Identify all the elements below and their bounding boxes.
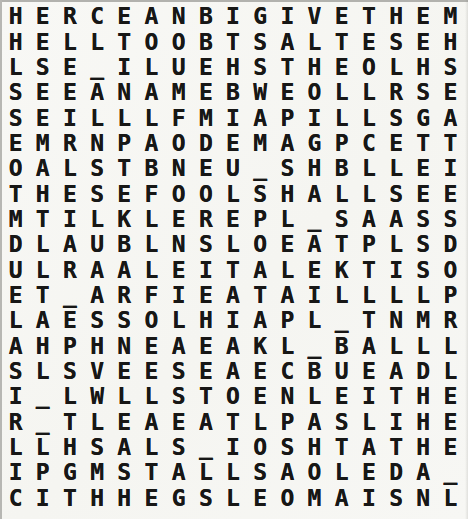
grid-cell[interactable]: T xyxy=(56,486,83,511)
grid-cell[interactable]: A xyxy=(382,359,409,384)
grid-cell[interactable]: A xyxy=(355,207,382,232)
grid-cell[interactable]: H xyxy=(29,181,56,206)
grid-cell[interactable]: L xyxy=(84,105,111,130)
grid-cell[interactable]: H xyxy=(301,435,328,460)
grid-cell[interactable]: T xyxy=(111,29,138,54)
grid-cell[interactable]: M xyxy=(192,105,219,130)
grid-cell[interactable]: M xyxy=(29,131,56,156)
grid-cell[interactable]: E xyxy=(192,156,219,181)
grid-cell[interactable]: B xyxy=(138,156,165,181)
grid-cell[interactable]: I xyxy=(111,55,138,80)
grid-cell[interactable]: _ xyxy=(56,283,83,308)
grid-cell[interactable]: E xyxy=(111,4,138,29)
grid-cell[interactable]: S xyxy=(410,232,437,257)
grid-cell[interactable]: A xyxy=(111,258,138,283)
grid-cell[interactable]: E xyxy=(382,131,409,156)
grid-cell[interactable]: L xyxy=(138,384,165,409)
grid-cell[interactable]: L xyxy=(219,181,246,206)
grid-cell[interactable]: D xyxy=(382,460,409,485)
grid-cell[interactable]: _ xyxy=(301,207,328,232)
grid-cell[interactable]: L xyxy=(274,334,301,359)
grid-cell[interactable]: H xyxy=(410,55,437,80)
grid-cell[interactable]: I xyxy=(192,258,219,283)
grid-cell[interactable]: L xyxy=(138,207,165,232)
grid-cell[interactable]: S xyxy=(165,359,192,384)
grid-cell[interactable]: A xyxy=(274,283,301,308)
grid-cell[interactable]: E xyxy=(274,232,301,257)
grid-cell[interactable]: L xyxy=(111,105,138,130)
grid-cell[interactable]: K xyxy=(247,334,274,359)
grid-cell[interactable]: P xyxy=(355,232,382,257)
grid-cell[interactable]: S xyxy=(111,460,138,485)
grid-cell[interactable]: E xyxy=(56,308,83,333)
grid-cell[interactable]: U xyxy=(2,258,29,283)
grid-cell[interactable]: R xyxy=(56,131,83,156)
grid-cell[interactable]: L xyxy=(328,80,355,105)
grid-cell[interactable]: L xyxy=(29,359,56,384)
grid-cell[interactable]: E xyxy=(111,181,138,206)
grid-cell[interactable]: U xyxy=(219,156,246,181)
grid-cell[interactable]: E xyxy=(138,334,165,359)
grid-cell[interactable]: E xyxy=(410,29,437,54)
grid-cell[interactable]: G xyxy=(301,131,328,156)
grid-cell[interactable]: E xyxy=(165,207,192,232)
grid-cell[interactable]: G xyxy=(56,460,83,485)
grid-cell[interactable]: I xyxy=(219,4,246,29)
grid-cell[interactable]: E xyxy=(192,334,219,359)
grid-cell[interactable]: L xyxy=(328,283,355,308)
grid-cell[interactable]: O xyxy=(192,181,219,206)
grid-cell[interactable]: S xyxy=(165,435,192,460)
grid-cell[interactable]: E xyxy=(247,359,274,384)
grid-cell[interactable]: E xyxy=(192,283,219,308)
grid-cell[interactable]: L xyxy=(138,105,165,130)
grid-cell[interactable]: L xyxy=(56,384,83,409)
grid-cell[interactable]: L xyxy=(2,435,29,460)
grid-cell[interactable]: N xyxy=(165,232,192,257)
grid-cell[interactable]: H xyxy=(84,334,111,359)
grid-cell[interactable]: H xyxy=(274,181,301,206)
grid-cell[interactable]: A xyxy=(355,435,382,460)
grid-cell[interactable]: E xyxy=(247,384,274,409)
grid-cell[interactable]: L xyxy=(84,29,111,54)
grid-cell[interactable]: G xyxy=(410,105,437,130)
grid-cell[interactable]: I xyxy=(219,105,246,130)
grid-cell[interactable]: S xyxy=(382,29,409,54)
grid-cell[interactable]: L xyxy=(165,308,192,333)
grid-cell[interactable]: B xyxy=(301,359,328,384)
grid-cell[interactable]: _ xyxy=(29,384,56,409)
grid-cell[interactable]: H xyxy=(2,4,29,29)
grid-cell[interactable]: M xyxy=(84,460,111,485)
grid-cell[interactable]: H xyxy=(410,435,437,460)
grid-cell[interactable]: A xyxy=(138,80,165,105)
grid-cell[interactable]: L xyxy=(56,156,83,181)
grid-cell[interactable]: S xyxy=(247,460,274,485)
grid-cell[interactable]: E xyxy=(328,55,355,80)
grid-cell[interactable]: A xyxy=(138,131,165,156)
grid-cell[interactable]: A xyxy=(274,131,301,156)
grid-cell[interactable]: L xyxy=(29,258,56,283)
grid-cell[interactable]: E xyxy=(56,80,83,105)
grid-cell[interactable]: P xyxy=(274,410,301,435)
grid-cell[interactable]: S xyxy=(328,410,355,435)
grid-cell[interactable]: E xyxy=(219,131,246,156)
grid-cell[interactable]: O xyxy=(247,232,274,257)
grid-cell[interactable]: H xyxy=(56,435,83,460)
grid-cell[interactable]: L xyxy=(355,105,382,130)
grid-cell[interactable]: L xyxy=(382,55,409,80)
grid-cell[interactable]: S xyxy=(192,232,219,257)
grid-cell[interactable]: S xyxy=(410,80,437,105)
grid-cell[interactable]: G xyxy=(247,4,274,29)
grid-cell[interactable]: L xyxy=(382,232,409,257)
grid-cell[interactable]: A xyxy=(138,410,165,435)
grid-cell[interactable]: G xyxy=(165,486,192,511)
grid-cell[interactable]: A xyxy=(274,29,301,54)
grid-cell[interactable]: C xyxy=(84,4,111,29)
grid-cell[interactable]: P xyxy=(328,131,355,156)
grid-cell[interactable]: I xyxy=(2,460,29,485)
grid-cell[interactable]: O xyxy=(219,384,246,409)
grid-cell[interactable]: S xyxy=(382,181,409,206)
grid-cell[interactable]: L xyxy=(437,334,464,359)
grid-cell[interactable]: L xyxy=(355,283,382,308)
grid-cell[interactable]: N xyxy=(165,156,192,181)
grid-cell[interactable]: S xyxy=(2,359,29,384)
grid-cell[interactable]: A xyxy=(410,460,437,485)
grid-cell[interactable]: S xyxy=(84,308,111,333)
grid-cell[interactable]: A xyxy=(192,410,219,435)
grid-cell[interactable]: P xyxy=(29,460,56,485)
grid-cell[interactable]: K xyxy=(111,207,138,232)
grid-cell[interactable]: A xyxy=(328,486,355,511)
grid-cell[interactable]: I xyxy=(274,4,301,29)
grid-cell[interactable]: P xyxy=(274,308,301,333)
grid-cell[interactable]: T xyxy=(192,384,219,409)
grid-cell[interactable]: I xyxy=(355,486,382,511)
grid-cell[interactable]: T xyxy=(355,4,382,29)
grid-cell[interactable]: S xyxy=(247,29,274,54)
grid-cell[interactable]: E xyxy=(29,4,56,29)
grid-cell[interactable]: _ xyxy=(192,435,219,460)
grid-cell[interactable]: O xyxy=(274,486,301,511)
grid-cell[interactable]: O xyxy=(247,435,274,460)
grid-cell[interactable]: H xyxy=(410,410,437,435)
grid-cell[interactable]: T xyxy=(247,283,274,308)
grid-cell[interactable]: L xyxy=(138,55,165,80)
grid-cell[interactable]: O xyxy=(165,181,192,206)
grid-cell[interactable]: P xyxy=(56,334,83,359)
grid-cell[interactable]: O xyxy=(437,258,464,283)
grid-cell[interactable]: I xyxy=(2,384,29,409)
grid-cell[interactable]: E xyxy=(138,486,165,511)
grid-cell[interactable]: A xyxy=(165,460,192,485)
grid-cell[interactable]: T xyxy=(328,29,355,54)
grid-cell[interactable]: L xyxy=(382,334,409,359)
grid-cell[interactable]: T xyxy=(382,435,409,460)
grid-cell[interactable]: R xyxy=(437,308,464,333)
grid-cell[interactable]: L xyxy=(382,156,409,181)
grid-cell[interactable]: I xyxy=(437,156,464,181)
grid-cell[interactable]: E xyxy=(437,410,464,435)
grid-cell[interactable]: S xyxy=(274,435,301,460)
grid-cell[interactable]: H xyxy=(301,55,328,80)
grid-cell[interactable]: _ xyxy=(84,55,111,80)
grid-cell[interactable]: H xyxy=(2,29,29,54)
grid-cell[interactable]: N xyxy=(165,4,192,29)
grid-cell[interactable]: E xyxy=(355,29,382,54)
grid-cell[interactable]: A xyxy=(138,4,165,29)
grid-cell[interactable]: C xyxy=(2,486,29,511)
grid-cell[interactable]: A xyxy=(301,181,328,206)
grid-cell[interactable]: F xyxy=(138,283,165,308)
grid-cell[interactable]: D xyxy=(410,359,437,384)
grid-cell[interactable]: _ xyxy=(328,308,355,333)
grid-cell[interactable]: T xyxy=(219,29,246,54)
grid-cell[interactable]: D xyxy=(437,232,464,257)
grid-cell[interactable]: L xyxy=(56,29,83,54)
grid-cell[interactable]: E xyxy=(138,359,165,384)
grid-cell[interactable]: H xyxy=(219,55,246,80)
grid-cell[interactable]: P xyxy=(111,131,138,156)
grid-cell[interactable]: O xyxy=(301,460,328,485)
grid-cell[interactable]: A xyxy=(84,283,111,308)
grid-cell[interactable]: M xyxy=(437,4,464,29)
grid-cell[interactable]: L xyxy=(355,410,382,435)
grid-cell[interactable]: B xyxy=(219,80,246,105)
grid-cell[interactable]: U xyxy=(84,232,111,257)
grid-cell[interactable]: O xyxy=(165,131,192,156)
grid-cell[interactable]: _ xyxy=(301,334,328,359)
grid-cell[interactable]: S xyxy=(247,55,274,80)
grid-cell[interactable]: L xyxy=(355,181,382,206)
grid-cell[interactable]: H xyxy=(111,486,138,511)
grid-cell[interactable]: B xyxy=(111,232,138,257)
grid-cell[interactable]: S xyxy=(84,181,111,206)
grid-cell[interactable]: A xyxy=(382,207,409,232)
grid-cell[interactable]: S xyxy=(165,384,192,409)
grid-cell[interactable]: L xyxy=(410,334,437,359)
grid-cell[interactable]: I xyxy=(301,283,328,308)
grid-cell[interactable]: E xyxy=(437,181,464,206)
grid-cell[interactable]: D xyxy=(192,131,219,156)
grid-cell[interactable]: A xyxy=(84,80,111,105)
grid-cell[interactable]: L xyxy=(382,283,409,308)
grid-cell[interactable]: B xyxy=(328,156,355,181)
grid-cell[interactable]: H xyxy=(301,156,328,181)
grid-cell[interactable]: A xyxy=(437,105,464,130)
grid-cell[interactable]: L xyxy=(355,80,382,105)
grid-cell[interactable]: S xyxy=(247,181,274,206)
grid-cell[interactable]: L xyxy=(111,384,138,409)
grid-cell[interactable]: M xyxy=(410,308,437,333)
grid-cell[interactable]: L xyxy=(2,308,29,333)
grid-cell[interactable]: E xyxy=(437,80,464,105)
grid-cell[interactable]: L xyxy=(84,207,111,232)
grid-cell[interactable]: H xyxy=(84,486,111,511)
grid-cell[interactable]: E xyxy=(410,156,437,181)
grid-cell[interactable]: E xyxy=(192,55,219,80)
grid-cell[interactable]: E xyxy=(192,359,219,384)
grid-cell[interactable]: T xyxy=(274,55,301,80)
grid-cell[interactable]: E xyxy=(165,410,192,435)
grid-cell[interactable]: I xyxy=(382,258,409,283)
grid-cell[interactable]: L xyxy=(29,435,56,460)
grid-cell[interactable]: N xyxy=(410,486,437,511)
grid-cell[interactable]: L xyxy=(138,258,165,283)
grid-cell[interactable]: S xyxy=(410,258,437,283)
grid-cell[interactable]: A xyxy=(247,105,274,130)
grid-cell[interactable]: A xyxy=(219,334,246,359)
grid-cell[interactable]: E xyxy=(165,258,192,283)
grid-cell[interactable]: A xyxy=(111,435,138,460)
grid-cell[interactable]: D xyxy=(2,232,29,257)
grid-cell[interactable]: I xyxy=(56,207,83,232)
grid-cell[interactable]: T xyxy=(138,460,165,485)
grid-cell[interactable]: I xyxy=(29,486,56,511)
grid-cell[interactable]: S xyxy=(192,486,219,511)
grid-cell[interactable]: T xyxy=(355,308,382,333)
grid-cell[interactable]: T xyxy=(29,283,56,308)
grid-cell[interactable]: H xyxy=(410,384,437,409)
grid-cell[interactable]: S xyxy=(410,207,437,232)
grid-cell[interactable]: R xyxy=(56,258,83,283)
grid-cell[interactable]: L xyxy=(410,283,437,308)
grid-cell[interactable]: P xyxy=(247,207,274,232)
grid-cell[interactable]: L xyxy=(219,232,246,257)
grid-cell[interactable]: C xyxy=(274,359,301,384)
grid-cell[interactable]: E xyxy=(2,131,29,156)
grid-cell[interactable]: I xyxy=(219,308,246,333)
grid-cell[interactable]: H xyxy=(29,334,56,359)
grid-cell[interactable]: W xyxy=(247,80,274,105)
grid-cell[interactable]: E xyxy=(437,384,464,409)
grid-cell[interactable]: S xyxy=(382,486,409,511)
grid-cell[interactable]: K xyxy=(328,258,355,283)
grid-cell[interactable]: O xyxy=(138,29,165,54)
grid-cell[interactable]: H xyxy=(192,308,219,333)
grid-cell[interactable]: W xyxy=(84,384,111,409)
grid-cell[interactable]: A xyxy=(29,156,56,181)
grid-cell[interactable]: A xyxy=(219,283,246,308)
grid-cell[interactable]: T xyxy=(328,435,355,460)
grid-cell[interactable]: N xyxy=(111,80,138,105)
grid-cell[interactable]: R xyxy=(111,283,138,308)
grid-cell[interactable]: T xyxy=(328,232,355,257)
grid-cell[interactable]: L xyxy=(219,486,246,511)
grid-cell[interactable]: L xyxy=(84,410,111,435)
grid-cell[interactable]: T xyxy=(56,410,83,435)
grid-cell[interactable]: T xyxy=(219,258,246,283)
grid-cell[interactable]: A xyxy=(301,232,328,257)
grid-cell[interactable]: E xyxy=(328,4,355,29)
grid-cell[interactable]: L xyxy=(219,460,246,485)
grid-cell[interactable]: _ xyxy=(29,410,56,435)
grid-cell[interactable]: T xyxy=(29,207,56,232)
grid-cell[interactable]: A xyxy=(247,258,274,283)
grid-cell[interactable]: E xyxy=(111,359,138,384)
grid-cell[interactable]: L xyxy=(274,207,301,232)
grid-cell[interactable]: L xyxy=(355,156,382,181)
grid-cell[interactable]: I xyxy=(382,410,409,435)
grid-cell[interactable]: L xyxy=(328,181,355,206)
grid-cell[interactable]: L xyxy=(247,410,274,435)
grid-cell[interactable]: E xyxy=(56,181,83,206)
grid-cell[interactable]: _ xyxy=(437,460,464,485)
grid-cell[interactable]: L xyxy=(301,29,328,54)
grid-cell[interactable]: O xyxy=(138,308,165,333)
grid-cell[interactable]: S xyxy=(29,55,56,80)
grid-cell[interactable]: N xyxy=(111,334,138,359)
grid-cell[interactable]: L xyxy=(138,232,165,257)
grid-cell[interactable]: S xyxy=(2,105,29,130)
grid-cell[interactable]: L xyxy=(437,359,464,384)
grid-cell[interactable]: B xyxy=(192,29,219,54)
grid-cell[interactable]: S xyxy=(2,80,29,105)
grid-cell[interactable]: S xyxy=(56,359,83,384)
grid-cell[interactable]: E xyxy=(192,80,219,105)
grid-cell[interactable]: M xyxy=(247,131,274,156)
grid-cell[interactable]: S xyxy=(382,105,409,130)
grid-cell[interactable]: A xyxy=(29,308,56,333)
grid-cell[interactable]: I xyxy=(355,384,382,409)
grid-cell[interactable]: I xyxy=(301,105,328,130)
grid-cell[interactable]: T xyxy=(355,258,382,283)
grid-cell[interactable]: I xyxy=(219,435,246,460)
grid-cell[interactable]: N xyxy=(84,131,111,156)
grid-cell[interactable]: L xyxy=(328,460,355,485)
grid-cell[interactable]: E xyxy=(29,105,56,130)
grid-cell[interactable]: H xyxy=(382,4,409,29)
grid-cell[interactable]: S xyxy=(84,156,111,181)
grid-cell[interactable]: E xyxy=(437,435,464,460)
grid-cell[interactable]: E xyxy=(410,181,437,206)
grid-cell[interactable]: O xyxy=(2,156,29,181)
grid-cell[interactable]: R xyxy=(192,207,219,232)
grid-cell[interactable]: E xyxy=(56,55,83,80)
grid-cell[interactable]: A xyxy=(84,258,111,283)
grid-cell[interactable]: E xyxy=(219,207,246,232)
grid-cell[interactable]: B xyxy=(328,334,355,359)
grid-cell[interactable]: P xyxy=(437,283,464,308)
grid-cell[interactable]: O xyxy=(165,29,192,54)
grid-cell[interactable]: E xyxy=(301,258,328,283)
grid-cell[interactable]: T xyxy=(219,410,246,435)
grid-cell[interactable]: M xyxy=(2,207,29,232)
grid-cell[interactable]: S xyxy=(274,156,301,181)
grid-cell[interactable]: E xyxy=(355,460,382,485)
grid-cell[interactable]: H xyxy=(437,29,464,54)
grid-cell[interactable]: T xyxy=(410,131,437,156)
grid-cell[interactable]: R xyxy=(382,80,409,105)
grid-cell[interactable]: T xyxy=(2,181,29,206)
grid-cell[interactable]: E xyxy=(111,410,138,435)
grid-cell[interactable]: T xyxy=(111,156,138,181)
grid-cell[interactable]: E xyxy=(355,359,382,384)
grid-cell[interactable]: A xyxy=(274,460,301,485)
grid-cell[interactable]: L xyxy=(437,486,464,511)
grid-cell[interactable]: A xyxy=(219,359,246,384)
grid-cell[interactable]: A xyxy=(301,410,328,435)
grid-cell[interactable]: N xyxy=(382,308,409,333)
grid-cell[interactable]: P xyxy=(274,105,301,130)
grid-cell[interactable]: E xyxy=(29,29,56,54)
grid-cell[interactable]: I xyxy=(56,105,83,130)
grid-cell[interactable]: V xyxy=(301,4,328,29)
grid-cell[interactable]: I xyxy=(165,283,192,308)
grid-cell[interactable]: A xyxy=(2,334,29,359)
